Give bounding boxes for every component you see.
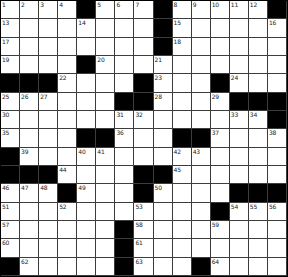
cell-r12c7[interactable]: 58 xyxy=(134,221,153,239)
cell-r11c0[interactable]: 51 xyxy=(1,203,20,221)
clue-number-9: 9 xyxy=(193,1,197,8)
cell-r8c6[interactable] xyxy=(115,148,134,166)
cell-r11c8[interactable] xyxy=(154,203,173,221)
cell-r12c9[interactable] xyxy=(173,221,192,239)
black-cell-r9c2 xyxy=(39,166,58,184)
cell-r11c3[interactable]: 52 xyxy=(58,203,77,221)
cell-r13c3[interactable] xyxy=(58,239,77,257)
clue-number-13: 13 xyxy=(2,19,9,26)
clue-number-56: 56 xyxy=(269,203,276,210)
cell-r0c2[interactable]: 3 xyxy=(39,1,58,19)
black-cell-r10c13 xyxy=(249,184,268,202)
cell-r13c0[interactable]: 60 xyxy=(1,239,20,257)
clue-number-14: 14 xyxy=(78,19,85,26)
clue-number-23: 23 xyxy=(155,74,162,81)
clue-number-20: 20 xyxy=(97,56,104,63)
black-cell-r4c0 xyxy=(1,74,20,92)
cell-r5c1[interactable]: 26 xyxy=(20,93,39,111)
cell-r0c7[interactable]: 7 xyxy=(134,1,153,19)
cell-r2c5[interactable] xyxy=(96,38,115,56)
cell-r13c7[interactable]: 61 xyxy=(134,239,153,257)
cell-r14c11[interactable]: 64 xyxy=(211,258,230,276)
cell-r8c13[interactable] xyxy=(249,148,268,166)
clue-number-15: 15 xyxy=(174,19,181,26)
cell-r7c11[interactable]: 37 xyxy=(211,129,230,147)
cell-r6c5[interactable] xyxy=(96,111,115,129)
clue-number-38: 38 xyxy=(269,129,276,136)
cell-r3c1[interactable] xyxy=(20,56,39,74)
black-cell-r9c0 xyxy=(1,166,20,184)
cell-r0c11[interactable]: 10 xyxy=(211,1,230,19)
clue-number-52: 52 xyxy=(59,203,66,210)
cell-r2c4[interactable] xyxy=(77,38,96,56)
cell-r7c6[interactable]: 36 xyxy=(115,129,134,147)
black-cell-r5c12 xyxy=(230,93,249,111)
cell-r8c10[interactable]: 43 xyxy=(192,148,211,166)
cell-r13c1[interactable] xyxy=(20,239,39,257)
clue-number-51: 51 xyxy=(2,203,9,210)
black-cell-r9c8 xyxy=(154,166,173,184)
cell-r12c12[interactable] xyxy=(230,221,249,239)
cell-r7c1[interactable] xyxy=(20,129,39,147)
cell-r5c2[interactable]: 27 xyxy=(39,93,58,111)
clue-number-35: 35 xyxy=(2,129,9,136)
clue-number-31: 31 xyxy=(116,111,123,118)
cell-r12c11[interactable]: 59 xyxy=(211,221,230,239)
cell-r1c13[interactable] xyxy=(249,19,268,37)
cell-r11c6[interactable] xyxy=(115,203,134,221)
clue-number-63: 63 xyxy=(135,258,142,265)
cell-r13c14[interactable] xyxy=(268,239,287,257)
cell-r2c11[interactable] xyxy=(211,38,230,56)
cell-r11c7[interactable]: 53 xyxy=(134,203,153,221)
black-cell-r14c6 xyxy=(115,258,134,276)
black-cell-r7c10 xyxy=(192,129,211,147)
cell-r1c4[interactable]: 14 xyxy=(77,19,96,37)
cell-r10c1[interactable]: 47 xyxy=(20,184,39,202)
cell-r4c9[interactable] xyxy=(173,74,192,92)
cell-r14c4[interactable] xyxy=(77,258,96,276)
clue-number-24: 24 xyxy=(231,74,238,81)
clue-number-59: 59 xyxy=(212,221,219,228)
cell-r8c12[interactable] xyxy=(230,148,249,166)
cell-r0c13[interactable]: 12 xyxy=(249,1,268,19)
cell-r14c14[interactable] xyxy=(268,258,287,276)
cell-r4c12[interactable]: 24 xyxy=(230,74,249,92)
cell-r7c14[interactable]: 38 xyxy=(268,129,287,147)
black-cell-r14c10 xyxy=(192,258,211,276)
black-cell-r10c7 xyxy=(134,184,153,202)
cell-r11c10[interactable] xyxy=(192,203,211,221)
cell-r2c12[interactable] xyxy=(230,38,249,56)
cell-r1c2[interactable] xyxy=(39,19,58,37)
black-cell-r14c0 xyxy=(1,258,20,276)
clue-number-60: 60 xyxy=(2,239,9,246)
cell-r9c11[interactable] xyxy=(211,166,230,184)
cell-r3c11[interactable] xyxy=(211,56,230,74)
cell-r8c3[interactable] xyxy=(58,148,77,166)
crossword-grid: 1234567891011121314151617181920212223242… xyxy=(0,0,288,277)
clue-number-33: 33 xyxy=(231,111,238,118)
cell-r0c0[interactable]: 1 xyxy=(1,1,20,19)
black-cell-r10c12 xyxy=(230,184,249,202)
clue-number-48: 48 xyxy=(40,184,47,191)
cell-r4c3[interactable]: 22 xyxy=(58,74,77,92)
cell-r0c3[interactable]: 4 xyxy=(58,1,77,19)
cell-r1c3[interactable] xyxy=(58,19,77,37)
clue-number-57: 57 xyxy=(2,221,9,228)
cell-r2c6[interactable] xyxy=(115,38,134,56)
clue-number-12: 12 xyxy=(250,1,257,8)
clue-number-34: 34 xyxy=(250,111,257,118)
cell-r5c9[interactable] xyxy=(173,93,192,111)
cell-r9c14[interactable] xyxy=(268,166,287,184)
black-cell-r2c8 xyxy=(154,38,173,56)
clue-number-11: 11 xyxy=(231,1,238,8)
cell-r1c10[interactable] xyxy=(192,19,211,37)
clue-number-21: 21 xyxy=(155,56,162,63)
cell-r0c10[interactable]: 9 xyxy=(192,1,211,19)
cell-r8c7[interactable] xyxy=(134,148,153,166)
clue-number-4: 4 xyxy=(59,1,63,8)
cell-r2c7[interactable] xyxy=(134,38,153,56)
cell-r1c1[interactable] xyxy=(20,19,39,37)
cell-r12c3[interactable] xyxy=(58,221,77,239)
clue-number-25: 25 xyxy=(2,93,9,100)
cell-r14c1[interactable]: 62 xyxy=(20,258,39,276)
cell-r12c10[interactable] xyxy=(192,221,211,239)
cell-r12c4[interactable] xyxy=(77,221,96,239)
cell-r11c14[interactable]: 56 xyxy=(268,203,287,221)
black-cell-r13c6 xyxy=(115,239,134,257)
clue-number-32: 32 xyxy=(135,111,142,118)
cell-r1c9[interactable]: 15 xyxy=(173,19,192,37)
cell-r2c13[interactable] xyxy=(249,38,268,56)
black-cell-r5c6 xyxy=(115,93,134,111)
clue-number-2: 2 xyxy=(21,1,25,8)
cell-r10c10[interactable] xyxy=(192,184,211,202)
cell-r2c3[interactable] xyxy=(58,38,77,56)
cell-r8c14[interactable] xyxy=(268,148,287,166)
cell-r4c14[interactable] xyxy=(268,74,287,92)
cell-r8c9[interactable]: 42 xyxy=(173,148,192,166)
clue-number-64: 64 xyxy=(212,258,219,265)
black-cell-r9c7 xyxy=(134,166,153,184)
cell-r3c7[interactable] xyxy=(134,56,153,74)
cell-r9c13[interactable] xyxy=(249,166,268,184)
cell-r13c12[interactable] xyxy=(230,239,249,257)
cell-r10c4[interactable]: 49 xyxy=(77,184,96,202)
clue-number-27: 27 xyxy=(40,93,47,100)
cell-r3c6[interactable] xyxy=(115,56,134,74)
clue-number-43: 43 xyxy=(193,148,200,155)
black-cell-r7c5 xyxy=(96,129,115,147)
black-cell-r0c4 xyxy=(77,1,96,19)
cell-r14c12[interactable] xyxy=(230,258,249,276)
black-cell-r4c2 xyxy=(39,74,58,92)
cell-r9c6[interactable] xyxy=(115,166,134,184)
cell-r3c8[interactable]: 21 xyxy=(154,56,173,74)
cell-r14c8[interactable] xyxy=(154,258,173,276)
cell-r8c11[interactable] xyxy=(211,148,230,166)
cell-r5c8[interactable]: 28 xyxy=(154,93,173,111)
clue-number-28: 28 xyxy=(155,93,162,100)
clue-number-7: 7 xyxy=(135,1,139,8)
cell-r13c11[interactable] xyxy=(211,239,230,257)
cell-r4c5[interactable] xyxy=(96,74,115,92)
cell-r6c10[interactable] xyxy=(192,111,211,129)
black-cell-r10c14 xyxy=(268,184,287,202)
clue-number-61: 61 xyxy=(135,239,142,246)
black-cell-r5c7 xyxy=(134,93,153,111)
clue-number-18: 18 xyxy=(174,38,181,45)
clue-number-45: 45 xyxy=(174,166,181,173)
cell-r11c2[interactable] xyxy=(39,203,58,221)
cell-r14c5[interactable] xyxy=(96,258,115,276)
black-cell-r1c8 xyxy=(154,19,173,37)
black-cell-r0c14 xyxy=(268,1,287,19)
cell-r2c10[interactable] xyxy=(192,38,211,56)
cell-r10c8[interactable]: 50 xyxy=(154,184,173,202)
cell-r1c11[interactable] xyxy=(211,19,230,37)
cell-r7c0[interactable]: 35 xyxy=(1,129,20,147)
cell-r6c9[interactable] xyxy=(173,111,192,129)
cell-r10c0[interactable]: 46 xyxy=(1,184,20,202)
cell-r12c0[interactable]: 57 xyxy=(1,221,20,239)
cell-r0c12[interactable]: 11 xyxy=(230,1,249,19)
clue-number-19: 19 xyxy=(2,56,9,63)
cell-r12c13[interactable] xyxy=(249,221,268,239)
clue-number-53: 53 xyxy=(135,203,142,210)
cell-r6c2[interactable] xyxy=(39,111,58,129)
cell-r7c7[interactable] xyxy=(134,129,153,147)
cell-r9c12[interactable] xyxy=(230,166,249,184)
clue-number-41: 41 xyxy=(97,148,104,155)
cell-r1c12[interactable] xyxy=(230,19,249,37)
cell-r9c4[interactable] xyxy=(77,166,96,184)
clue-number-8: 8 xyxy=(174,1,178,8)
cell-r14c2[interactable] xyxy=(39,258,58,276)
cell-r12c5[interactable] xyxy=(96,221,115,239)
black-cell-r4c7 xyxy=(134,74,153,92)
cell-r8c5[interactable]: 41 xyxy=(96,148,115,166)
clue-number-36: 36 xyxy=(116,129,123,136)
black-cell-r4c11 xyxy=(211,74,230,92)
clue-number-3: 3 xyxy=(40,1,44,8)
cell-r10c9[interactable] xyxy=(173,184,192,202)
cell-r3c12[interactable] xyxy=(230,56,249,74)
cell-r10c2[interactable]: 48 xyxy=(39,184,58,202)
cell-r5c5[interactable] xyxy=(96,93,115,111)
cell-r13c4[interactable] xyxy=(77,239,96,257)
cell-r8c4[interactable]: 40 xyxy=(77,148,96,166)
cell-r7c2[interactable] xyxy=(39,129,58,147)
cell-r6c11[interactable] xyxy=(211,111,230,129)
cell-r6c6[interactable]: 31 xyxy=(115,111,134,129)
cell-r12c1[interactable] xyxy=(20,221,39,239)
cell-r5c0[interactable]: 25 xyxy=(1,93,20,111)
clue-number-55: 55 xyxy=(250,203,257,210)
cell-r13c9[interactable] xyxy=(173,239,192,257)
cell-r2c9[interactable]: 18 xyxy=(173,38,192,56)
clue-number-6: 6 xyxy=(116,1,120,8)
cell-r3c13[interactable] xyxy=(249,56,268,74)
clue-number-37: 37 xyxy=(212,129,219,136)
clue-number-49: 49 xyxy=(78,184,85,191)
black-cell-r3c4 xyxy=(77,56,96,74)
cell-r2c14[interactable] xyxy=(268,38,287,56)
cell-r6c1[interactable] xyxy=(20,111,39,129)
clue-number-58: 58 xyxy=(135,221,142,228)
cell-r12c8[interactable] xyxy=(154,221,173,239)
cell-r9c10[interactable] xyxy=(192,166,211,184)
cell-r13c13[interactable] xyxy=(249,239,268,257)
clue-number-42: 42 xyxy=(174,148,181,155)
cell-r9c3[interactable]: 44 xyxy=(58,166,77,184)
cell-r6c3[interactable] xyxy=(58,111,77,129)
cell-r10c11[interactable] xyxy=(211,184,230,202)
black-cell-r0c8 xyxy=(154,1,173,19)
cell-r6c8[interactable] xyxy=(154,111,173,129)
clue-number-29: 29 xyxy=(212,93,219,100)
cell-r7c8[interactable] xyxy=(154,129,173,147)
cell-r4c6[interactable] xyxy=(115,74,134,92)
clue-number-50: 50 xyxy=(155,184,162,191)
black-cell-r9c1 xyxy=(20,166,39,184)
cell-r4c4[interactable] xyxy=(77,74,96,92)
cell-r6c7[interactable]: 32 xyxy=(134,111,153,129)
cell-r10c5[interactable] xyxy=(96,184,115,202)
cell-r9c9[interactable]: 45 xyxy=(173,166,192,184)
clue-number-30: 30 xyxy=(2,111,9,118)
cell-r0c6[interactable]: 6 xyxy=(115,1,134,19)
cell-r2c0[interactable]: 17 xyxy=(1,38,20,56)
cell-r14c9[interactable] xyxy=(173,258,192,276)
clue-number-62: 62 xyxy=(21,258,28,265)
cell-r11c9[interactable] xyxy=(173,203,192,221)
black-cell-r12c6 xyxy=(115,221,134,239)
cell-r6c13[interactable]: 34 xyxy=(249,111,268,129)
black-cell-r11c11 xyxy=(211,203,230,221)
clue-number-47: 47 xyxy=(21,184,28,191)
cell-r1c6[interactable] xyxy=(115,19,134,37)
cell-r0c5[interactable]: 5 xyxy=(96,1,115,19)
cell-r5c11[interactable]: 29 xyxy=(211,93,230,111)
cell-r3c2[interactable] xyxy=(39,56,58,74)
cell-r1c5[interactable] xyxy=(96,19,115,37)
cell-r4c8[interactable]: 23 xyxy=(154,74,173,92)
cell-r3c0[interactable]: 19 xyxy=(1,56,20,74)
cell-r1c14[interactable]: 16 xyxy=(268,19,287,37)
black-cell-r10c3 xyxy=(58,184,77,202)
cell-r13c8[interactable] xyxy=(154,239,173,257)
cell-r7c3[interactable] xyxy=(58,129,77,147)
cell-r8c2[interactable] xyxy=(39,148,58,166)
cell-r12c2[interactable] xyxy=(39,221,58,239)
cell-r5c3[interactable] xyxy=(58,93,77,111)
cell-r11c1[interactable] xyxy=(20,203,39,221)
cell-r5c4[interactable] xyxy=(77,93,96,111)
cell-r3c14[interactable] xyxy=(268,56,287,74)
clue-number-1: 1 xyxy=(2,1,6,8)
cell-r4c10[interactable] xyxy=(192,74,211,92)
cell-r1c7[interactable] xyxy=(134,19,153,37)
clue-number-54: 54 xyxy=(231,203,238,210)
cell-r1c0[interactable]: 13 xyxy=(1,19,20,37)
clue-number-17: 17 xyxy=(2,38,9,45)
black-cell-r4c1 xyxy=(20,74,39,92)
black-cell-r6c14 xyxy=(268,111,287,129)
cell-r7c13[interactable] xyxy=(249,129,268,147)
cell-r14c3[interactable] xyxy=(58,258,77,276)
clue-number-5: 5 xyxy=(97,1,101,8)
black-cell-r8c0 xyxy=(1,148,20,166)
cell-r3c3[interactable] xyxy=(58,56,77,74)
clue-number-26: 26 xyxy=(21,93,28,100)
cell-r12c14[interactable] xyxy=(268,221,287,239)
cell-r3c9[interactable] xyxy=(173,56,192,74)
cell-r7c12[interactable] xyxy=(230,129,249,147)
cell-r2c2[interactable] xyxy=(39,38,58,56)
cell-r8c8[interactable] xyxy=(154,148,173,166)
cell-r11c13[interactable]: 55 xyxy=(249,203,268,221)
cell-r0c1[interactable]: 2 xyxy=(20,1,39,19)
cell-r6c12[interactable]: 33 xyxy=(230,111,249,129)
cell-r11c5[interactable] xyxy=(96,203,115,221)
cell-r6c0[interactable]: 30 xyxy=(1,111,20,129)
black-cell-r7c4 xyxy=(77,129,96,147)
cell-r13c10[interactable] xyxy=(192,239,211,257)
black-cell-r5c14 xyxy=(268,93,287,111)
clue-number-39: 39 xyxy=(21,148,28,155)
cell-r13c2[interactable] xyxy=(39,239,58,257)
clue-number-10: 10 xyxy=(212,1,219,8)
cell-r14c13[interactable] xyxy=(249,258,268,276)
clue-number-40: 40 xyxy=(78,148,85,155)
clue-number-22: 22 xyxy=(59,74,66,81)
cell-r5c10[interactable] xyxy=(192,93,211,111)
cell-r9c5[interactable] xyxy=(96,166,115,184)
cell-r3c5[interactable]: 20 xyxy=(96,56,115,74)
cell-r4c13[interactable] xyxy=(249,74,268,92)
cell-r2c1[interactable] xyxy=(20,38,39,56)
clue-number-16: 16 xyxy=(269,19,276,26)
cell-r13c5[interactable] xyxy=(96,239,115,257)
clue-number-44: 44 xyxy=(59,166,66,173)
black-cell-r5c13 xyxy=(249,93,268,111)
black-cell-r7c9 xyxy=(173,129,192,147)
cell-r11c12[interactable]: 54 xyxy=(230,203,249,221)
cell-r6c4[interactable] xyxy=(77,111,96,129)
cell-r14c7[interactable]: 63 xyxy=(134,258,153,276)
cell-r0c9[interactable]: 8 xyxy=(173,1,192,19)
cell-r10c6[interactable] xyxy=(115,184,134,202)
cell-r3c10[interactable] xyxy=(192,56,211,74)
cell-r11c4[interactable] xyxy=(77,203,96,221)
clue-number-46: 46 xyxy=(2,184,9,191)
cell-r8c1[interactable]: 39 xyxy=(20,148,39,166)
